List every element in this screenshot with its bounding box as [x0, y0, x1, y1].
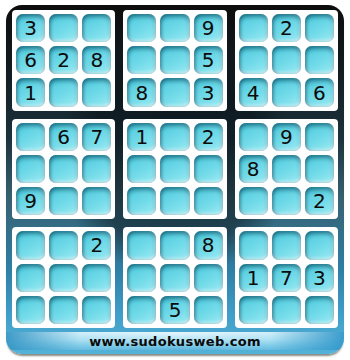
cell-r2c6[interactable]: 5 [194, 46, 223, 74]
cell-r7c6[interactable]: 8 [194, 231, 223, 259]
cell-r1c7[interactable] [239, 14, 268, 42]
cell-r7c1[interactable] [16, 231, 45, 259]
cell-r2c8[interactable] [272, 46, 301, 74]
cell-r6c8[interactable] [272, 187, 301, 215]
box-3: 246 [235, 10, 338, 111]
cell-r3c3[interactable] [82, 78, 111, 106]
cell-r6c4[interactable] [127, 187, 156, 215]
cell-r1c3[interactable] [82, 14, 111, 42]
cell-r5c9[interactable] [305, 155, 334, 183]
footer-band: www.sudokusweb.com [6, 332, 344, 350]
cell-r3c7[interactable]: 4 [239, 78, 268, 106]
cell-r8c5[interactable] [160, 264, 189, 292]
cell-r7c4[interactable] [127, 231, 156, 259]
cell-r7c9[interactable] [305, 231, 334, 259]
cell-r1c1[interactable]: 3 [16, 14, 45, 42]
cell-r3c8[interactable] [272, 78, 301, 106]
cell-r6c7[interactable] [239, 187, 268, 215]
box-7: 2 [12, 227, 115, 328]
cell-r4c8[interactable]: 9 [272, 123, 301, 151]
cell-r7c2[interactable] [49, 231, 78, 259]
cell-r5c6[interactable] [194, 155, 223, 183]
cell-r4c4[interactable]: 1 [127, 123, 156, 151]
box-4: 679 [12, 119, 115, 220]
cell-r9c1[interactable] [16, 296, 45, 324]
cell-r8c6[interactable] [194, 264, 223, 292]
cell-r1c4[interactable] [127, 14, 156, 42]
cell-r9c3[interactable] [82, 296, 111, 324]
cell-r5c8[interactable] [272, 155, 301, 183]
cell-r9c4[interactable] [127, 296, 156, 324]
cell-r9c5[interactable]: 5 [160, 296, 189, 324]
cell-r1c5[interactable] [160, 14, 189, 42]
cell-r4c9[interactable] [305, 123, 334, 151]
cell-r5c2[interactable] [49, 155, 78, 183]
cell-r8c2[interactable] [49, 264, 78, 292]
cell-r5c5[interactable] [160, 155, 189, 183]
cell-r5c3[interactable] [82, 155, 111, 183]
cell-r4c6[interactable]: 2 [194, 123, 223, 151]
cell-r7c7[interactable] [239, 231, 268, 259]
box-5: 12 [123, 119, 226, 220]
box-6: 982 [235, 119, 338, 220]
cell-r7c3[interactable]: 2 [82, 231, 111, 259]
cell-r5c4[interactable] [127, 155, 156, 183]
cell-r3c1[interactable]: 1 [16, 78, 45, 106]
cell-r4c3[interactable]: 7 [82, 123, 111, 151]
box-9: 173 [235, 227, 338, 328]
cell-r6c2[interactable] [49, 187, 78, 215]
cell-r2c5[interactable] [160, 46, 189, 74]
cell-r4c2[interactable]: 6 [49, 123, 78, 151]
cell-r2c7[interactable] [239, 46, 268, 74]
cell-r8c4[interactable] [127, 264, 156, 292]
cell-r2c2[interactable]: 2 [49, 46, 78, 74]
cell-r6c5[interactable] [160, 187, 189, 215]
sudoku-board: 36281958324667912982285173 [12, 10, 338, 328]
cell-r8c7[interactable]: 1 [239, 264, 268, 292]
cell-r2c9[interactable] [305, 46, 334, 74]
cell-r5c1[interactable] [16, 155, 45, 183]
cell-r3c4[interactable]: 8 [127, 78, 156, 106]
cell-r7c5[interactable] [160, 231, 189, 259]
cell-r6c6[interactable] [194, 187, 223, 215]
cell-r2c1[interactable]: 6 [16, 46, 45, 74]
cell-r8c9[interactable]: 3 [305, 264, 334, 292]
cell-r9c9[interactable] [305, 296, 334, 324]
cell-r9c8[interactable] [272, 296, 301, 324]
cell-r4c5[interactable] [160, 123, 189, 151]
cell-r3c5[interactable] [160, 78, 189, 106]
cell-r9c2[interactable] [49, 296, 78, 324]
cell-r3c2[interactable] [49, 78, 78, 106]
cell-r9c7[interactable] [239, 296, 268, 324]
cell-r1c9[interactable] [305, 14, 334, 42]
cell-r6c3[interactable] [82, 187, 111, 215]
cell-r1c2[interactable] [49, 14, 78, 42]
box-1: 36281 [12, 10, 115, 111]
cell-r8c3[interactable] [82, 264, 111, 292]
cell-r6c1[interactable]: 9 [16, 187, 45, 215]
cell-r7c8[interactable] [272, 231, 301, 259]
cell-r5c7[interactable]: 8 [239, 155, 268, 183]
cell-r4c1[interactable] [16, 123, 45, 151]
box-8: 85 [123, 227, 226, 328]
cell-r8c8[interactable]: 7 [272, 264, 301, 292]
cell-r6c9[interactable]: 2 [305, 187, 334, 215]
cell-r8c1[interactable] [16, 264, 45, 292]
cell-r2c3[interactable]: 8 [82, 46, 111, 74]
cell-r2c4[interactable] [127, 46, 156, 74]
cell-r3c9[interactable]: 6 [305, 78, 334, 106]
board-frame: 36281958324667912982285173 www.sudokuswe… [6, 5, 344, 354]
box-2: 9583 [123, 10, 226, 111]
site-url: www.sudokusweb.com [89, 334, 261, 349]
cell-r9c6[interactable] [194, 296, 223, 324]
cell-r1c6[interactable]: 9 [194, 14, 223, 42]
cell-r3c6[interactable]: 3 [194, 78, 223, 106]
cell-r1c8[interactable]: 2 [272, 14, 301, 42]
cell-r4c7[interactable] [239, 123, 268, 151]
